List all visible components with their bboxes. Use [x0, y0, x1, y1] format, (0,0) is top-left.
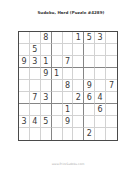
sudoku-page: Sudoku, Hard (Puzzle #4289) 815359317918… — [0, 0, 136, 176]
cell-r1c3: 8 — [41, 32, 52, 44]
cell-r9c8 — [95, 128, 106, 140]
cell-r8c8 — [95, 116, 106, 128]
cell-r4c8 — [95, 68, 106, 80]
cell-r4c7 — [84, 68, 95, 80]
cell-r5c9: 7 — [106, 80, 117, 92]
cell-r8c2: 4 — [30, 116, 41, 128]
cell-r2c7 — [84, 44, 95, 56]
cell-r3c1: 9 — [19, 56, 30, 68]
cell-r8c1: 3 — [19, 116, 30, 128]
cell-r3c9 — [106, 56, 117, 68]
cell-r8c4 — [52, 116, 63, 128]
cell-r7c5: 1 — [63, 104, 74, 116]
cell-r1c9 — [106, 32, 117, 44]
cell-r3c5: 7 — [63, 56, 74, 68]
cell-r9c3 — [41, 128, 52, 140]
cell-r5c1 — [19, 80, 30, 92]
cell-r9c6 — [73, 128, 84, 140]
cell-r5c5: 8 — [63, 80, 74, 92]
cell-r1c1 — [19, 32, 30, 44]
cell-r4c6 — [73, 68, 84, 80]
cell-r1c2 — [30, 32, 41, 44]
cell-r4c1 — [19, 68, 30, 80]
sudoku-board: 81535931791897732641634592 — [18, 31, 118, 141]
cell-r6c9 — [106, 92, 117, 104]
cell-r7c2 — [30, 104, 41, 116]
cell-r9c7: 2 — [84, 128, 95, 140]
cell-r1c7: 5 — [84, 32, 95, 44]
cell-r4c5 — [63, 68, 74, 80]
cell-r4c4: 1 — [52, 68, 63, 80]
cell-r5c6 — [73, 80, 84, 92]
cell-r1c6: 1 — [73, 32, 84, 44]
cell-r5c4 — [52, 80, 63, 92]
cell-r2c8 — [95, 44, 106, 56]
cell-r1c5 — [63, 32, 74, 44]
cell-r7c1 — [19, 104, 30, 116]
cell-r5c2 — [30, 80, 41, 92]
cell-r3c6 — [73, 56, 84, 68]
cell-r5c7: 9 — [84, 80, 95, 92]
cell-r6c1 — [19, 92, 30, 104]
cell-r2c5 — [63, 44, 74, 56]
cell-r9c9 — [106, 128, 117, 140]
cell-r7c6 — [73, 104, 84, 116]
puzzle-title: Sudoku, Hard (Puzzle #4289) — [37, 10, 98, 15]
cell-r7c9 — [106, 104, 117, 116]
cell-r2c1 — [19, 44, 30, 56]
cell-r9c5 — [63, 128, 74, 140]
footer-url: www.PrintSudoku.com — [39, 162, 96, 165]
cell-r2c6 — [73, 44, 84, 56]
cell-r6c8: 4 — [95, 92, 106, 104]
cell-r7c4 — [52, 104, 63, 116]
cell-r4c3: 9 — [41, 68, 52, 80]
cell-r8c6 — [73, 116, 84, 128]
cell-r8c5: 9 — [63, 116, 74, 128]
cell-r3c2: 3 — [30, 56, 41, 68]
cell-r6c3: 3 — [41, 92, 52, 104]
cell-r6c2: 7 — [30, 92, 41, 104]
cell-r2c2: 5 — [30, 44, 41, 56]
cell-r8c9 — [106, 116, 117, 128]
cell-r7c3 — [41, 104, 52, 116]
cell-r2c9 — [106, 44, 117, 56]
cell-r2c4 — [52, 44, 63, 56]
cell-r6c7: 6 — [84, 92, 95, 104]
cell-r3c4 — [52, 56, 63, 68]
cell-r6c5 — [63, 92, 74, 104]
cell-r6c6: 2 — [73, 92, 84, 104]
cell-r2c3 — [41, 44, 52, 56]
cell-r4c2 — [30, 68, 41, 80]
cell-r9c2 — [30, 128, 41, 140]
cell-r5c3 — [41, 80, 52, 92]
cell-r8c7 — [84, 116, 95, 128]
cell-r3c8 — [95, 56, 106, 68]
cell-r1c4 — [52, 32, 63, 44]
cell-r9c4 — [52, 128, 63, 140]
cell-r1c8: 3 — [95, 32, 106, 44]
cell-r6c4 — [52, 92, 63, 104]
cell-r3c7 — [84, 56, 95, 68]
cell-r7c8: 6 — [95, 104, 106, 116]
cell-r9c1 — [19, 128, 30, 140]
cell-r8c3: 5 — [41, 116, 52, 128]
cell-r3c3: 1 — [41, 56, 52, 68]
cell-r7c7 — [84, 104, 95, 116]
cell-r4c9 — [106, 68, 117, 80]
cell-r5c8 — [95, 80, 106, 92]
